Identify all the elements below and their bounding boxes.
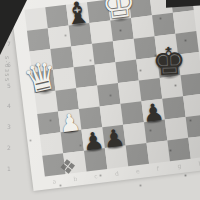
square-e5 [115,60,138,83]
rank-label-3: 3 [7,123,11,130]
square-a5 [32,70,55,93]
rank-label-1: 1 [7,165,11,172]
square-c8 [66,2,89,25]
square-g4 [160,75,183,98]
square-b3 [58,109,81,132]
rank-label-7: 7 [7,40,11,47]
file-label-d: d [115,170,120,177]
square-f1 [147,140,170,163]
file-label-f: f [156,165,159,172]
square-d4 [97,83,120,106]
chessboard-photo: { "game": "chess", "position": { "fen": … [0,0,200,200]
square-e2 [123,122,146,145]
square-c1 [84,148,107,171]
square-c7 [69,23,92,46]
square-c5 [74,65,97,88]
square-c4 [76,86,99,109]
square-c3 [79,106,102,129]
square-g7 [152,13,175,36]
rank-label-4: 4 [7,102,11,109]
square-e6 [113,39,136,62]
square-h2 [186,114,200,137]
rank-label-5: 5 [7,82,11,89]
square-a8 [24,7,47,30]
square-f4 [139,78,162,101]
square-a4 [35,91,58,114]
square-b4 [55,88,78,111]
square-d6 [92,41,115,64]
file-label-g: g [177,162,182,169]
square-h7 [173,10,196,33]
square-g3 [162,96,185,119]
file-label-e: e [135,167,140,174]
square-d3 [100,104,123,127]
square-b7 [48,26,71,49]
square-a7 [27,28,50,51]
square-b2 [61,130,84,153]
square-f6 [134,36,157,59]
square-e3 [121,101,144,124]
file-label-c: c [94,172,98,179]
square-e1 [126,143,149,166]
corner-emblem-icon: ❖ [56,154,81,179]
square-a2 [40,132,63,155]
square-e4 [118,80,141,103]
rank-label-2: 2 [7,144,11,151]
square-b8 [45,5,68,28]
square-d5 [95,62,118,85]
square-a6 [30,49,53,72]
file-label-a: a [52,177,57,184]
square-f5 [136,57,159,80]
square-c2 [81,127,104,150]
square-f7 [131,15,154,38]
square-f3 [141,99,164,122]
square-c6 [71,44,94,67]
square-d1 [105,146,128,169]
square-h6 [175,31,198,54]
square-b5 [53,67,76,90]
square-g6 [155,34,178,57]
square-h1 [188,135,200,158]
file-label-h: h [198,159,200,166]
square-h5 [178,52,200,75]
square-g2 [165,117,188,140]
square-g5 [157,54,180,77]
board-squares [24,0,200,177]
square-f2 [144,120,167,143]
square-h4 [181,73,200,96]
edge-marking-label: S-0355 [4,56,10,83]
chess-board: ❖ ♝♚♛♚♟♟♟♟abcdefgh [10,0,200,191]
square-d7 [89,20,112,43]
square-d2 [102,125,125,148]
square-h3 [183,94,200,117]
square-a3 [37,112,60,135]
square-g1 [167,138,190,161]
square-e7 [110,18,133,41]
square-b6 [50,46,73,69]
square-d8 [87,0,110,23]
